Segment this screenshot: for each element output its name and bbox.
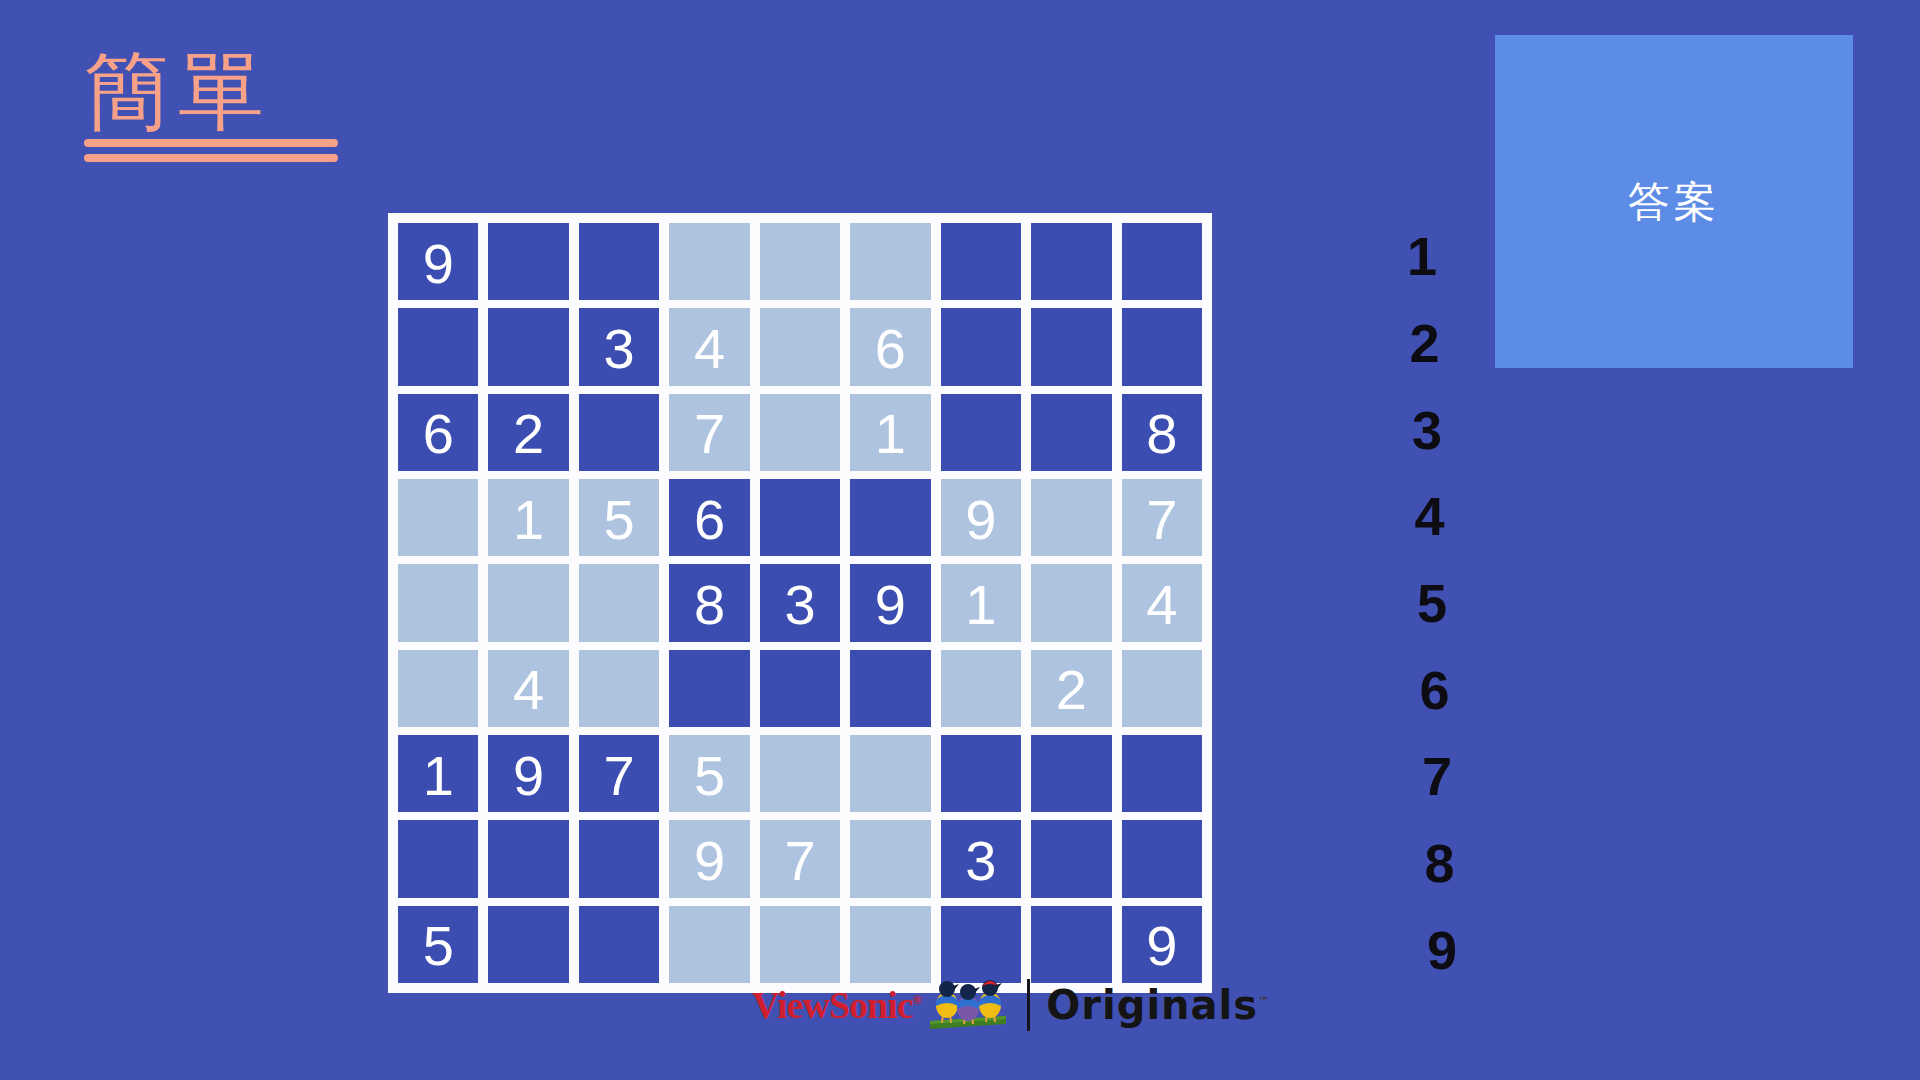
- sudoku-cell-r5c3: [579, 564, 659, 641]
- sudoku-cell-r2c5: [760, 308, 840, 385]
- sudoku-cell-r1c2: [488, 223, 568, 300]
- sudoku-cell-r4c4: 6: [669, 479, 749, 556]
- trademark-mark: ™: [1258, 995, 1270, 1008]
- answer-button[interactable]: 答案: [1495, 35, 1853, 368]
- sudoku-cell-r1c3: [579, 223, 659, 300]
- sudoku-cell-r4c8: [1031, 479, 1111, 556]
- slide-background: 簡單 934662718156978391442197597359 123456…: [0, 0, 1920, 1080]
- sudoku-cell-r5c4: 8: [669, 564, 749, 641]
- sudoku-cell-r1c1: 9: [398, 223, 478, 300]
- sudoku-cell-r5c8: [1031, 564, 1111, 641]
- sudoku-cell-r6c8: 2: [1031, 650, 1111, 727]
- sudoku-cell-r9c2: [488, 906, 568, 983]
- sudoku-cell-r4c9: 7: [1122, 479, 1202, 556]
- sudoku-cell-r3c1: 6: [398, 394, 478, 471]
- sudoku-cell-r8c7: 3: [941, 820, 1021, 897]
- sudoku-cell-r2c8: [1031, 308, 1111, 385]
- sudoku-cell-r6c1: [398, 650, 478, 727]
- sudoku-cell-r3c2: 2: [488, 394, 568, 471]
- sudoku-cell-r3c4: 7: [669, 394, 749, 471]
- sudoku-cell-r7c7: [941, 735, 1021, 812]
- title-underline-top: [84, 139, 338, 147]
- sudoku-cell-r8c5: 7: [760, 820, 840, 897]
- sudoku-cell-r6c3: [579, 650, 659, 727]
- sudoku-cell-r6c5: [760, 650, 840, 727]
- sudoku-cell-r4c5: [760, 479, 840, 556]
- sudoku-cell-r3c6: 1: [850, 394, 930, 471]
- answer-button-label: 答案: [1628, 174, 1720, 230]
- sudoku-cell-r8c4: 9: [669, 820, 749, 897]
- sudoku-cell-r2c1: [398, 308, 478, 385]
- row-label-3: 3: [1403, 386, 1451, 473]
- sudoku-cell-r2c2: [488, 308, 568, 385]
- sudoku-cell-r6c9: [1122, 650, 1202, 727]
- brand-footer: ViewSonic®: [752, 974, 1270, 1036]
- sudoku-cell-r9c1: 5: [398, 906, 478, 983]
- sudoku-cell-r3c3: [579, 394, 659, 471]
- row-label-2: 2: [1401, 300, 1449, 387]
- sudoku-cell-r8c3: [579, 820, 659, 897]
- registered-mark: ®: [913, 992, 922, 1007]
- sudoku-cell-r2c4: 4: [669, 308, 749, 385]
- sudoku-cell-r3c7: [941, 394, 1021, 471]
- sudoku-cell-r8c2: [488, 820, 568, 897]
- sudoku-board: 934662718156978391442197597359: [388, 213, 1212, 993]
- originals-wordmark: Originals™: [1046, 982, 1270, 1028]
- sudoku-cell-r7c1: 1: [398, 735, 478, 812]
- sudoku-cell-r3c9: 8: [1122, 394, 1202, 471]
- sudoku-cell-r1c6: [850, 223, 930, 300]
- sudoku-cell-r9c6: [850, 906, 930, 983]
- sudoku-cell-r7c4: 5: [669, 735, 749, 812]
- sudoku-cell-r7c9: [1122, 735, 1202, 812]
- sudoku-cell-r3c8: [1031, 394, 1111, 471]
- sudoku-cell-r1c4: [669, 223, 749, 300]
- row-label-8: 8: [1416, 820, 1464, 907]
- viewsonic-wordmark: ViewSonic®: [752, 983, 921, 1027]
- viewsonic-finches-icon: [929, 976, 1007, 1032]
- sudoku-cell-r2c7: [941, 308, 1021, 385]
- sudoku-cell-r2c9: [1122, 308, 1202, 385]
- sudoku-cell-r4c3: 5: [579, 479, 659, 556]
- sudoku-cell-r6c7: [941, 650, 1021, 727]
- sudoku-cell-r6c4: [669, 650, 749, 727]
- sudoku-cell-r8c1: [398, 820, 478, 897]
- sudoku-cell-r5c5: 3: [760, 564, 840, 641]
- sudoku-cell-r6c6: [850, 650, 930, 727]
- sudoku-cell-r1c7: [941, 223, 1021, 300]
- row-labels-column: 123456789: [1398, 213, 1446, 993]
- sudoku-cell-r8c6: [850, 820, 930, 897]
- sudoku-cell-r4c1: [398, 479, 478, 556]
- sudoku-cell-r7c8: [1031, 735, 1111, 812]
- footer-divider: [1027, 979, 1030, 1031]
- row-label-5: 5: [1408, 560, 1456, 647]
- row-label-1: 1: [1398, 213, 1446, 300]
- sudoku-cell-r2c6: 6: [850, 308, 930, 385]
- sudoku-cell-r8c9: [1122, 820, 1202, 897]
- sudoku-cell-r7c5: [760, 735, 840, 812]
- row-label-9: 9: [1418, 906, 1466, 993]
- row-label-4: 4: [1406, 473, 1454, 560]
- sudoku-cell-r6c2: 4: [488, 650, 568, 727]
- sudoku-cell-r9c5: [760, 906, 840, 983]
- sudoku-cell-r4c7: 9: [941, 479, 1021, 556]
- sudoku-cell-r5c2: [488, 564, 568, 641]
- sudoku-cell-r8c8: [1031, 820, 1111, 897]
- sudoku-cell-r5c1: [398, 564, 478, 641]
- sudoku-cell-r9c8: [1031, 906, 1111, 983]
- sudoku-cell-r5c6: 9: [850, 564, 930, 641]
- sudoku-cell-r9c4: [669, 906, 749, 983]
- sudoku-cell-r9c3: [579, 906, 659, 983]
- row-label-7: 7: [1413, 733, 1461, 820]
- sudoku-cell-r5c7: 1: [941, 564, 1021, 641]
- sudoku-cell-r4c2: 1: [488, 479, 568, 556]
- sudoku-cell-r1c5: [760, 223, 840, 300]
- sudoku-cell-r4c6: [850, 479, 930, 556]
- sudoku-cell-r7c6: [850, 735, 930, 812]
- sudoku-cell-r9c7: [941, 906, 1021, 983]
- sudoku-cell-r7c3: 7: [579, 735, 659, 812]
- row-label-6: 6: [1411, 646, 1459, 733]
- sudoku-cell-r3c5: [760, 394, 840, 471]
- sudoku-cell-r1c9: [1122, 223, 1202, 300]
- sudoku-cell-r2c3: 3: [579, 308, 659, 385]
- sudoku-cell-r1c8: [1031, 223, 1111, 300]
- sudoku-cell-r9c9: 9: [1122, 906, 1202, 983]
- sudoku-cell-r5c9: 4: [1122, 564, 1202, 641]
- sudoku-cell-r7c2: 9: [488, 735, 568, 812]
- title-underline-bottom: [84, 154, 338, 162]
- page-title: 簡單: [84, 34, 272, 151]
